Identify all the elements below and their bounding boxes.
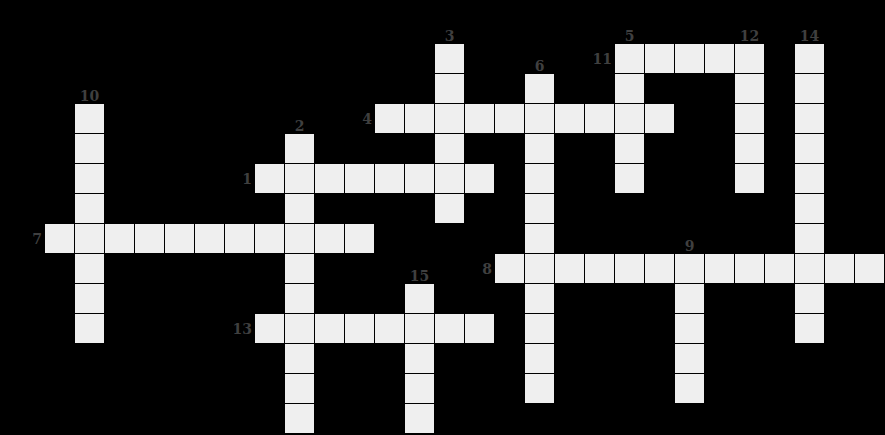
- clue-12-down-number: 12: [735, 29, 764, 44]
- crossword-cell[interactable]: [615, 74, 644, 103]
- crossword-cell[interactable]: [525, 194, 554, 223]
- crossword-cell[interactable]: [525, 74, 554, 103]
- crossword-cell[interactable]: [555, 104, 584, 133]
- crossword-cell[interactable]: [45, 224, 74, 253]
- crossword-cell[interactable]: [465, 164, 494, 193]
- crossword-cell[interactable]: [195, 224, 224, 253]
- crossword-cell[interactable]: [285, 224, 314, 253]
- crossword-cell[interactable]: [675, 344, 704, 373]
- crossword-cell[interactable]: [255, 224, 284, 253]
- crossword-cell[interactable]: [615, 44, 644, 73]
- crossword-cell[interactable]: [615, 134, 644, 163]
- crossword-cell[interactable]: [675, 254, 704, 283]
- crossword-cell[interactable]: [735, 104, 764, 133]
- clue-6-down-number: 6: [525, 59, 554, 74]
- crossword-cell[interactable]: [795, 164, 824, 193]
- crossword-cell[interactable]: [795, 74, 824, 103]
- crossword-cell[interactable]: [735, 74, 764, 103]
- crossword-cell[interactable]: [345, 164, 374, 193]
- crossword-cell[interactable]: [735, 134, 764, 163]
- crossword-cell[interactable]: [435, 44, 464, 73]
- crossword-cell[interactable]: [795, 44, 824, 73]
- crossword-cell[interactable]: [375, 164, 404, 193]
- crossword-cell[interactable]: [435, 74, 464, 103]
- clue-15-down-number: 15: [405, 269, 434, 284]
- clue-3-down-number: 3: [435, 29, 464, 44]
- crossword-cell[interactable]: [345, 314, 374, 343]
- clue-4-across-number: 4: [311, 104, 372, 134]
- crossword-cell[interactable]: [795, 104, 824, 133]
- crossword-cell[interactable]: [525, 224, 554, 253]
- crossword-cell[interactable]: [285, 194, 314, 223]
- crossword-cell[interactable]: [495, 104, 524, 133]
- crossword-cell[interactable]: [405, 284, 434, 313]
- crossword-cell[interactable]: [285, 164, 314, 193]
- crossword-cell[interactable]: [285, 254, 314, 283]
- crossword-cell[interactable]: [285, 284, 314, 313]
- clue-11-across-number: 11: [551, 44, 612, 74]
- crossword-cell[interactable]: [285, 374, 314, 403]
- crossword-cell[interactable]: [555, 254, 584, 283]
- crossword-screen: { "game": "crossword", "puzzle_state": "…: [0, 0, 885, 435]
- crossword-cell[interactable]: [645, 254, 674, 283]
- crossword-cell[interactable]: [795, 314, 824, 343]
- crossword-cell[interactable]: [525, 284, 554, 313]
- crossword-cell[interactable]: [435, 164, 464, 193]
- clue-2-down-number: 2: [285, 119, 314, 134]
- crossword-cell[interactable]: [795, 254, 824, 283]
- crossword-cell[interactable]: [525, 164, 554, 193]
- crossword-cell[interactable]: [525, 374, 554, 403]
- crossword-cell[interactable]: [315, 164, 344, 193]
- crossword-cell[interactable]: [405, 374, 434, 403]
- crossword-cell[interactable]: [165, 224, 194, 253]
- clue-9-down-number: 9: [675, 239, 704, 254]
- crossword-cell[interactable]: [345, 224, 374, 253]
- crossword-cell[interactable]: [315, 224, 344, 253]
- crossword-cell[interactable]: [735, 164, 764, 193]
- crossword-cell[interactable]: [585, 104, 614, 133]
- crossword-cell[interactable]: [525, 134, 554, 163]
- crossword-cell[interactable]: [75, 104, 104, 133]
- crossword-cell[interactable]: [75, 314, 104, 343]
- crossword-cell[interactable]: [435, 134, 464, 163]
- crossword-cell[interactable]: [405, 104, 434, 133]
- crossword-cell[interactable]: [435, 194, 464, 223]
- crossword-cell[interactable]: [255, 164, 284, 193]
- crossword-cell[interactable]: [735, 254, 764, 283]
- crossword-cell[interactable]: [405, 344, 434, 373]
- crossword-cell[interactable]: [285, 344, 314, 373]
- crossword-cell[interactable]: [465, 104, 494, 133]
- crossword-cell[interactable]: [75, 164, 104, 193]
- crossword-cell[interactable]: [615, 254, 644, 283]
- crossword-cell[interactable]: [705, 254, 734, 283]
- crossword-cell[interactable]: [765, 254, 794, 283]
- crossword-cell[interactable]: [435, 104, 464, 133]
- crossword-cell[interactable]: [75, 254, 104, 283]
- crossword-cell[interactable]: [405, 314, 434, 343]
- crossword-cell[interactable]: [795, 284, 824, 313]
- crossword-board: 147811132356910121415: [45, 44, 885, 434]
- crossword-cell[interactable]: [645, 44, 674, 73]
- crossword-cell[interactable]: [315, 314, 344, 343]
- crossword-cell[interactable]: [405, 404, 434, 433]
- crossword-cell[interactable]: [75, 224, 104, 253]
- crossword-cell[interactable]: [495, 254, 524, 283]
- crossword-cell[interactable]: [375, 104, 404, 133]
- crossword-cell[interactable]: [795, 224, 824, 253]
- crossword-cell[interactable]: [615, 104, 644, 133]
- clue-10-down-number: 10: [75, 89, 104, 104]
- crossword-cell[interactable]: [435, 314, 464, 343]
- crossword-cell[interactable]: [735, 44, 764, 73]
- crossword-cell[interactable]: [75, 134, 104, 163]
- crossword-cell[interactable]: [285, 404, 314, 433]
- crossword-cell[interactable]: [645, 104, 674, 133]
- crossword-cell[interactable]: [825, 254, 854, 283]
- crossword-cell[interactable]: [525, 104, 554, 133]
- crossword-cell[interactable]: [255, 314, 284, 343]
- crossword-cell[interactable]: [285, 314, 314, 343]
- crossword-cell[interactable]: [855, 254, 884, 283]
- crossword-cell[interactable]: [615, 164, 644, 193]
- crossword-cell[interactable]: [525, 254, 554, 283]
- crossword-cell[interactable]: [135, 224, 164, 253]
- crossword-cell[interactable]: [795, 134, 824, 163]
- clue-1-across-number: 1: [191, 164, 252, 194]
- crossword-cell[interactable]: [675, 284, 704, 313]
- crossword-cell[interactable]: [405, 164, 434, 193]
- crossword-cell[interactable]: [525, 314, 554, 343]
- clue-8-across-number: 8: [431, 254, 492, 284]
- crossword-cell[interactable]: [675, 374, 704, 403]
- crossword-cell[interactable]: [75, 194, 104, 223]
- crossword-cell[interactable]: [525, 344, 554, 373]
- crossword-cell[interactable]: [225, 224, 254, 253]
- clue-13-across-number: 13: [191, 314, 252, 344]
- crossword-cell[interactable]: [705, 44, 734, 73]
- crossword-cell[interactable]: [75, 284, 104, 313]
- crossword-cell[interactable]: [675, 314, 704, 343]
- crossword-cell[interactable]: [585, 254, 614, 283]
- crossword-cell[interactable]: [795, 194, 824, 223]
- crossword-cell[interactable]: [375, 314, 404, 343]
- clue-7-across-number: 7: [0, 224, 42, 254]
- clue-5-down-number: 5: [615, 29, 644, 44]
- crossword-cell[interactable]: [675, 44, 704, 73]
- crossword-cell[interactable]: [285, 134, 314, 163]
- clue-14-down-number: 14: [795, 29, 824, 44]
- crossword-cell[interactable]: [105, 224, 134, 253]
- crossword-cell[interactable]: [465, 314, 494, 343]
